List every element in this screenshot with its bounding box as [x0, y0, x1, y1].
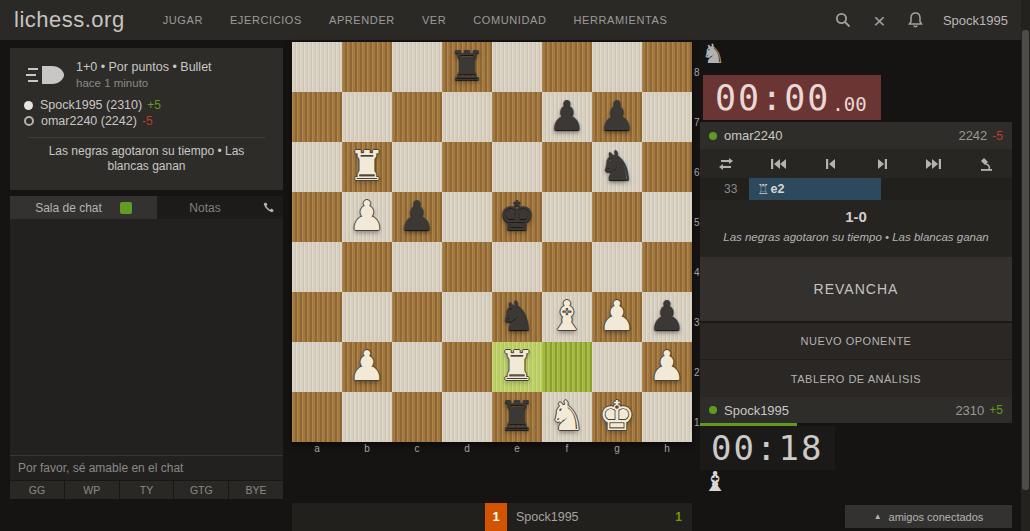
file-label-g: g [592, 443, 642, 454]
square-f8[interactable] [542, 42, 592, 92]
nav-item-herramientas[interactable]: HERRAMIENTAS [574, 14, 668, 26]
taskbar-count: 1 [675, 503, 682, 531]
last-move-icon[interactable] [921, 155, 947, 173]
move-san: e2 [771, 182, 785, 196]
square-d7[interactable] [442, 92, 492, 142]
search-icon[interactable] [835, 12, 852, 29]
piece-white-pawn[interactable]: ♟ [642, 342, 692, 392]
game-time-ago: hace 1 minuto [76, 77, 212, 89]
square-a5[interactable] [292, 192, 342, 242]
square-g5[interactable] [592, 192, 642, 242]
square-a1[interactable] [292, 392, 342, 442]
friends-online-label: amigos conectados [889, 511, 984, 523]
challenges-icon[interactable]: × [871, 12, 888, 29]
square-e8[interactable] [492, 42, 542, 92]
main-nav: JUGAREJERCICIOSAPRENDERVERCOMUNIDADHERRA… [163, 14, 668, 26]
notifications-bell-icon[interactable] [907, 12, 924, 29]
previous-move-icon[interactable] [817, 155, 843, 173]
square-b2[interactable]: ♟ [342, 342, 392, 392]
friends-online-bar[interactable]: ▲ amigos conectados [845, 505, 1012, 528]
white-clock-time: 00:18 [711, 428, 823, 468]
square-f2[interactable] [542, 342, 592, 392]
square-a7[interactable] [292, 92, 342, 142]
tab-notes[interactable]: Notas [157, 196, 253, 219]
first-move-icon[interactable] [765, 155, 791, 173]
square-d8[interactable]: ♜ [442, 42, 492, 92]
chat-preset-gg[interactable]: GG [10, 481, 64, 499]
time-control-label: 1+0 • Por puntos • Bullet [76, 60, 212, 74]
notes-label: Notas [189, 201, 220, 215]
chat-messages-area [10, 219, 283, 455]
square-d4[interactable] [442, 242, 492, 292]
square-b6[interactable]: ♜ [342, 142, 392, 192]
square-a8[interactable] [292, 42, 342, 92]
nav-item-ver[interactable]: VER [422, 14, 446, 26]
square-f3[interactable]: ♝ [542, 292, 592, 342]
captured-bishop-icon: ♝ [703, 466, 727, 497]
file-label-c: c [392, 443, 442, 454]
square-a6[interactable] [292, 142, 342, 192]
square-c8[interactable] [392, 42, 442, 92]
online-dot [709, 406, 717, 414]
divider [28, 137, 265, 138]
piece-white-pawn[interactable]: ♟ [592, 292, 642, 342]
square-c4[interactable] [392, 242, 442, 292]
chat-toggle[interactable] [120, 202, 132, 214]
black-player-name[interactable]: omar2240 [724, 128, 783, 143]
square-c7[interactable] [392, 92, 442, 142]
chat-tabs: Sala de chat Notas [10, 196, 283, 219]
player-row-black: omar2240 2242 -5 [700, 122, 1012, 149]
move-controls [700, 149, 1012, 178]
chevron-up-icon: ▲ [874, 512, 882, 521]
lichess-logo[interactable]: lichess.org [14, 7, 125, 33]
chat-preset-bye[interactable]: BYE [228, 481, 283, 499]
player-name-rating[interactable]: omar2240 (2242) [41, 114, 137, 128]
piece-black-knight[interactable]: ♞ [492, 292, 542, 342]
square-f4[interactable] [542, 242, 592, 292]
piece-black-pawn[interactable]: ♟ [642, 292, 692, 342]
player-row-white: Spock1995 2310 +5 [700, 397, 1012, 423]
square-e6[interactable] [492, 142, 542, 192]
square-g3[interactable]: ♟ [592, 292, 642, 342]
voice-chat-icon[interactable] [253, 196, 283, 219]
piece-white-knight[interactable]: ♞ [542, 392, 592, 442]
game-status-text: Las negras agotaron su tiempo • Las blan… [22, 144, 271, 174]
white-color-disc [24, 101, 33, 110]
square-d6[interactable] [442, 142, 492, 192]
page-scrollbar [1021, 0, 1030, 531]
square-h3[interactable]: ♟ [642, 292, 692, 342]
square-h5[interactable] [642, 192, 692, 242]
nav-item-comunidad[interactable]: COMUNIDAD [473, 14, 546, 26]
square-e2[interactable]: ♜ [492, 342, 542, 392]
square-h1[interactable] [642, 392, 692, 442]
topbar-username[interactable]: Spock1995 [943, 13, 1008, 28]
analysis-microscope-icon[interactable] [973, 155, 999, 173]
chat-preset-ty[interactable]: TY [119, 481, 174, 499]
piece-white-pawn[interactable]: ♟ [342, 192, 392, 242]
topbar-right: × Spock1995 [835, 12, 1030, 29]
square-b8[interactable] [342, 42, 392, 92]
square-a4[interactable] [292, 242, 342, 292]
square-f5[interactable] [542, 192, 592, 242]
square-d3[interactable] [442, 292, 492, 342]
square-e7[interactable] [492, 92, 542, 142]
game-info-box: 1+0 • Por puntos • Bullet hace 1 minuto … [10, 48, 283, 190]
new-opponent-button[interactable]: NUEVO OPONENTE [700, 321, 1012, 359]
game-info-players: Spock1995 (2310)+5omar2240 (2242)-5 [22, 97, 271, 129]
result-block: 1-0 Las negras agotaron su tiempo • Las … [700, 200, 1012, 257]
taskbar-game-label[interactable]: Spock1995 [516, 503, 579, 531]
file-label-a: a [292, 443, 342, 454]
square-g6[interactable]: ♞ [592, 142, 642, 192]
piece-black-pawn[interactable]: ♟ [592, 92, 642, 142]
black-player-rating: 2242 [958, 128, 987, 143]
white-rook-move-glyph: ♖ [757, 181, 770, 197]
square-a2[interactable] [292, 342, 342, 392]
black-clock: 00:00.00 [703, 75, 881, 120]
game-info-player-black: omar2240 (2242)-5 [22, 113, 271, 129]
flip-board-icon[interactable] [713, 155, 739, 173]
game-info-header: 1+0 • Por puntos • Bullet hace 1 minuto [22, 60, 271, 89]
online-dot [709, 132, 717, 140]
piece-white-pawn[interactable]: ♟ [342, 342, 392, 392]
file-label-b: b [342, 443, 392, 454]
white-rating-delta: +5 [989, 403, 1003, 417]
chat-room-label: Sala de chat [35, 201, 102, 215]
piece-white-rook[interactable]: ♜ [342, 142, 392, 192]
white-player-name[interactable]: Spock1995 [724, 403, 789, 418]
result-text: Las negras agotaron su tiempo • Las blan… [700, 231, 1012, 243]
square-c6[interactable] [392, 142, 442, 192]
square-b5[interactable]: ♟ [342, 192, 392, 242]
nav-item-jugar[interactable]: JUGAR [163, 14, 203, 26]
white-player-rating: 2310 [955, 403, 984, 418]
square-h7[interactable] [642, 92, 692, 142]
chat-input[interactable] [10, 455, 283, 480]
square-d2[interactable] [442, 342, 492, 392]
top-nav-bar: lichess.org JUGAREJERCICIOSAPRENDERVERCO… [0, 0, 1030, 41]
square-h2[interactable]: ♟ [642, 342, 692, 392]
piece-black-rook[interactable]: ♜ [492, 392, 542, 442]
nav-item-ejercicios[interactable]: EJERCICIOS [230, 14, 302, 26]
square-g7[interactable]: ♟ [592, 92, 642, 142]
square-b1[interactable] [342, 392, 392, 442]
piece-black-rook[interactable]: ♜ [442, 42, 492, 92]
square-g8[interactable] [592, 42, 642, 92]
chat-box: Sala de chat Notas GGWPTYGTGBYE [10, 196, 283, 499]
square-c3[interactable] [392, 292, 442, 342]
black-clock-decimal: .00 [832, 93, 866, 115]
move-cell-current[interactable]: ♖ e2 [749, 178, 881, 200]
square-h4[interactable] [642, 242, 692, 292]
chat-preset-gtg[interactable]: GTG [173, 481, 228, 499]
left-sidebar: 1+0 • Por puntos • Bullet hace 1 minuto … [10, 48, 283, 499]
square-g1[interactable]: ♚ [592, 392, 642, 442]
captured-knight-icon: ♞ [701, 38, 725, 69]
square-b4[interactable] [342, 242, 392, 292]
square-h6[interactable] [642, 142, 692, 192]
game-side-panel: ♞ 00:00.00 omar2240 2242 -5 [700, 42, 1012, 500]
piece-white-bishop[interactable]: ♝ [542, 292, 592, 342]
square-f6[interactable] [542, 142, 592, 192]
taskbar-game-badge[interactable]: 1 [485, 503, 507, 531]
square-h8[interactable] [642, 42, 692, 92]
piece-white-king[interactable]: ♚ [592, 392, 642, 442]
file-label-f: f [542, 443, 592, 454]
lichess-app: lichess.org JUGAREJERCICIOSAPRENDERVERCO… [0, 0, 1030, 531]
black-clock-time: 00:00 [715, 78, 830, 118]
square-b3[interactable] [342, 292, 392, 342]
square-g4[interactable] [592, 242, 642, 292]
square-a3[interactable] [292, 292, 342, 342]
square-c1[interactable] [392, 392, 442, 442]
next-move-icon[interactable] [869, 155, 895, 173]
rematch-button[interactable]: REVANCHA [700, 257, 1012, 321]
board-file-labels: abcdefgh [292, 443, 692, 454]
rating-delta: +5 [147, 98, 161, 112]
square-e5[interactable]: ♚ [492, 192, 542, 242]
file-label-h: h [642, 443, 692, 454]
piece-white-rook[interactable]: ♜ [492, 342, 542, 392]
bullet-icon [26, 62, 66, 88]
result-score: 1-0 [700, 208, 1012, 225]
square-f1[interactable]: ♞ [542, 392, 592, 442]
square-d1[interactable] [442, 392, 492, 442]
chat-preset-wp[interactable]: WP [64, 481, 119, 499]
move-list: 33 ♖ e2 [700, 178, 1012, 200]
square-c5[interactable]: ♟ [392, 192, 442, 242]
game-info-player-white: Spock1995 (2310)+5 [22, 97, 271, 113]
white-clock: 00:18 [700, 426, 835, 470]
square-f7[interactable]: ♟ [542, 92, 592, 142]
analysis-board-button[interactable]: TABLERO DE ANÁLISIS [700, 359, 1012, 397]
square-e1[interactable]: ♜ [492, 392, 542, 442]
square-e4[interactable] [492, 242, 542, 292]
chat-preset-buttons: GGWPTYGTGBYE [10, 480, 283, 499]
nav-item-aprender[interactable]: APRENDER [329, 14, 395, 26]
black-color-disc [24, 116, 34, 126]
scrollbar-thumb[interactable] [1022, 30, 1029, 490]
player-name-rating[interactable]: Spock1995 (2310) [40, 98, 142, 112]
chess-board: ♜♟♟♜♞♟♟♚♞♝♟♟♟♜♟♜♞♚ [292, 42, 692, 442]
square-b7[interactable] [342, 92, 392, 142]
square-c2[interactable] [392, 342, 442, 392]
file-label-d: d [442, 443, 492, 454]
file-label-e: e [492, 443, 542, 454]
square-g2[interactable] [592, 342, 642, 392]
piece-black-knight[interactable]: ♞ [592, 142, 642, 192]
tab-chat-room[interactable]: Sala de chat [10, 196, 157, 219]
piece-black-pawn[interactable]: ♟ [542, 92, 592, 142]
piece-black-king[interactable]: ♚ [492, 192, 542, 242]
square-e3[interactable]: ♞ [492, 292, 542, 342]
games-taskbar: 1 Spock1995 1 [292, 503, 692, 531]
rating-delta: -5 [142, 114, 153, 128]
piece-black-pawn[interactable]: ♟ [392, 192, 442, 242]
move-number: 33 [724, 182, 742, 196]
square-d5[interactable] [442, 192, 492, 242]
black-rating-delta: -5 [992, 129, 1003, 143]
